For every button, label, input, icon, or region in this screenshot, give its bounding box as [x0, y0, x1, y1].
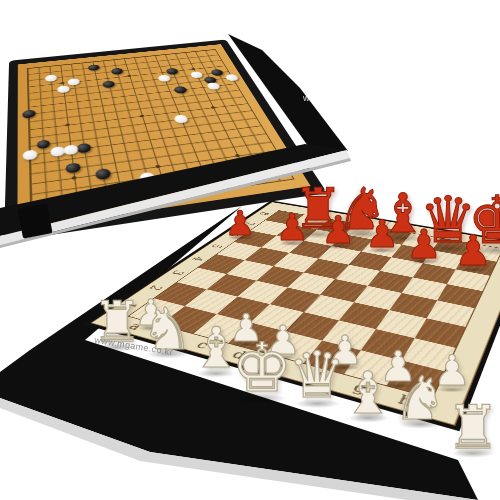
- piece-shadow: [196, 369, 236, 377]
- go-stone-black: [110, 68, 123, 75]
- go-stone-white: [50, 146, 65, 157]
- go-stone-black: [88, 64, 101, 71]
- star-point: [72, 176, 77, 180]
- go-stone-black: [23, 110, 36, 119]
- piece-shadow: [294, 399, 340, 408]
- chess-board-border: abcdefgh 87654321: [91, 202, 500, 426]
- go-stone-black: [77, 143, 92, 154]
- star-point: [210, 106, 215, 109]
- go-stone-black: [173, 86, 188, 94]
- star-point: [66, 123, 70, 126]
- chess-board-frame: abcdefgh 87654321: [84, 201, 500, 432]
- go-stone-black: [65, 162, 81, 174]
- go-stone-black: [94, 168, 111, 180]
- go-stone-white: [157, 75, 171, 83]
- go-stone-white: [224, 74, 239, 82]
- go-stone-black: [36, 139, 50, 150]
- go-stone-black: [102, 81, 115, 89]
- piece-shadow: [238, 394, 287, 404]
- star-point: [191, 68, 195, 70]
- go-stone-white: [206, 82, 221, 90]
- piece-shadow: [451, 449, 494, 457]
- chess-board: abcdefgh 87654321: [84, 201, 500, 432]
- go-stone-white: [173, 114, 189, 123]
- go-stone-white: [57, 85, 70, 93]
- go-stone-white: [189, 71, 203, 78]
- go-stone-black: [210, 69, 224, 76]
- star-point: [127, 75, 131, 77]
- star-point: [235, 154, 241, 158]
- go-stone-white: [23, 149, 38, 160]
- go-board-clasp: [17, 203, 52, 238]
- product-photo-scene: abcdefgh 87654321 ♜♞♝♟♟♟♛♚♟♟♟♟♟♜♞♟♟♝♟♟♚♛…: [0, 0, 500, 500]
- star-point: [140, 115, 145, 118]
- go-stone-white: [45, 74, 57, 82]
- watermark: www.mgame.co.kr: [303, 93, 383, 103]
- star-point: [155, 165, 160, 169]
- go-grid: [27, 49, 294, 218]
- go-stone-white: [68, 78, 81, 86]
- piece-shadow: [347, 414, 389, 422]
- go-stone-black: [165, 68, 179, 75]
- go-stone-white: [63, 144, 78, 155]
- go-stone-white: [138, 172, 156, 184]
- star-point: [61, 82, 65, 84]
